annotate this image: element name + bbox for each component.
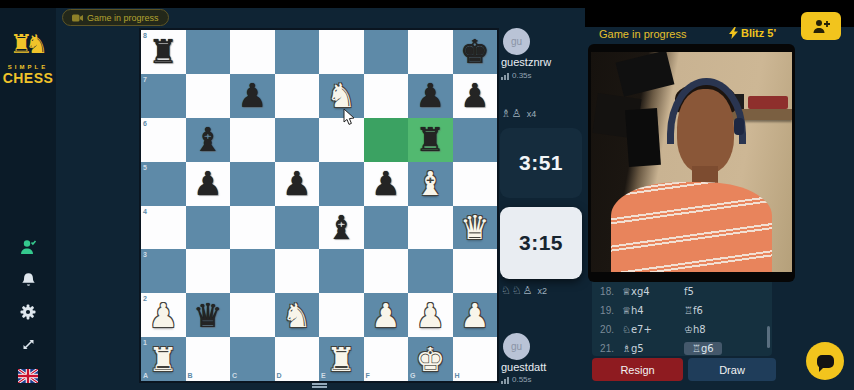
captured-piece-icons: ♗♙ [501,107,523,120]
fullscreen-icon[interactable] [17,334,39,354]
square-f2[interactable]: ♟ [364,293,409,337]
file-label: H [455,372,460,379]
square-c1[interactable]: C [230,337,275,381]
logo-text-chess: CHESS [0,70,56,86]
square-h2[interactable]: ♟ [453,293,498,337]
file-label: G [410,372,415,379]
piece-bp-d5: ♟ [282,167,312,200]
square-c8[interactable] [230,30,275,74]
piece-br-g6: ♜ [415,123,445,156]
square-c4[interactable] [230,206,275,250]
chess-board: 8♜♚7♟♞♟♟6♝♜5♟♟♟♝4♝♛32♟♛♞♟♟♟1A♜BCDE♜FG♚H [141,30,497,381]
latency-value: 0.55s [512,375,532,384]
time-control-label: Blitz 5' [741,27,776,39]
move-black[interactable]: ♖f6 [684,305,742,316]
square-e1[interactable]: E♜ [319,337,364,381]
square-c7[interactable]: ♟ [230,74,275,118]
square-h1[interactable]: H [453,337,498,381]
clock-bottom: 3:15 [500,207,582,279]
square-b7[interactable] [186,74,231,118]
move-list-scrollbar[interactable] [767,326,770,348]
latency-value: 0.35s [512,71,532,80]
piece-wp-g2: ♟ [415,299,445,332]
rank-label: 1 [143,339,147,346]
move-number: 21. [592,343,622,354]
move-number: 19. [592,305,622,316]
piece-wq-h4: ♛ [460,211,490,244]
time-control: Blitz 5' [729,27,776,39]
rank-label: 2 [143,295,147,302]
rank-label: 5 [143,164,147,171]
square-g6[interactable]: ♜ [408,118,453,162]
player-name-bottom: guestdatt [501,361,546,373]
move-white[interactable]: ♕xg4 [622,286,684,297]
square-h5[interactable] [453,162,498,206]
person-shirt [611,182,772,272]
square-f3[interactable] [364,249,409,293]
resign-button[interactable]: Resign [592,358,683,381]
file-label: D [277,372,282,379]
move-row: 19.♕h4♖f6 [592,301,772,320]
square-h4[interactable]: ♛ [453,206,498,250]
background-shelf [616,52,675,97]
square-g8[interactable] [408,30,453,74]
game-status-label: Game in progress [87,13,159,23]
square-d3[interactable] [275,249,320,293]
square-e6[interactable] [319,118,364,162]
captured-pieces-bottom: ♘♘♙ x2 [501,284,547,297]
file-label: A [143,372,148,379]
bell-icon[interactable] [17,270,39,290]
piece-br-a8: ♜ [148,35,178,68]
captured-piece-icons: ♘♘♙ [501,284,534,297]
background-object [748,96,788,109]
board-resize-handle[interactable] [312,383,327,388]
square-a4[interactable]: 4 [141,206,186,250]
square-b1[interactable]: B [186,337,231,381]
latency-bottom: 0.55s [501,375,532,384]
square-g4[interactable] [408,206,453,250]
chat-bubble-icon [817,355,834,368]
app-logo: ♜♞ SIMPLE CHESS [0,22,56,86]
clock-top: 3:51 [500,128,582,198]
square-f5[interactable]: ♟ [364,162,409,206]
piece-wp-f2: ♟ [371,299,401,332]
move-white[interactable]: ♕h4 [622,305,684,316]
square-f1[interactable]: F [364,337,409,381]
square-h7[interactable]: ♟ [453,74,498,118]
piece-wr-a1: ♜ [148,343,178,376]
file-label: C [232,372,237,379]
square-a8[interactable]: 8♜ [141,30,186,74]
piece-wn-d2: ♞ [282,299,312,332]
square-d4[interactable] [275,206,320,250]
square-b5[interactable]: ♟ [186,162,231,206]
square-h6[interactable] [453,118,498,162]
player-name-top: guestznrw [501,56,551,68]
square-f6[interactable] [364,118,409,162]
square-g2[interactable]: ♟ [408,293,453,337]
move-black[interactable]: ♖g6 [684,343,742,354]
square-h8[interactable]: ♚ [453,30,498,74]
clock-top-time: 3:51 [519,151,563,175]
game-status-badge: Game in progress [62,9,169,26]
piece-bp-g7: ♟ [415,79,445,112]
user-online-icon[interactable] [17,237,39,257]
lightning-icon [729,27,738,39]
square-e8[interactable] [319,30,364,74]
rank-label: 4 [143,208,147,215]
square-e3[interactable] [319,249,364,293]
clock-bottom-time: 3:15 [519,231,563,255]
square-b2[interactable]: ♛ [186,293,231,337]
rank-label: 3 [143,251,147,258]
square-g1[interactable]: G♚ [408,337,453,381]
square-d1[interactable]: D [275,337,320,381]
avatar: gu [503,28,530,55]
avatar-initials: gu [511,341,522,352]
move-list: 18.♕xg4f519.♕h4♖f620.♘e7+♔h821.♗g5♖g6 [592,278,772,356]
move-black[interactable]: f5 [684,286,742,297]
square-g5[interactable]: ♝ [408,162,453,206]
avatar-initials: gu [511,36,522,47]
square-c5[interactable] [230,162,275,206]
rank-label: 8 [143,32,147,39]
file-label: B [188,372,193,379]
rank-label: 7 [143,76,147,83]
square-f4[interactable] [364,206,409,250]
move-row: 18.♕xg4f5 [592,282,772,301]
square-c6[interactable] [230,118,275,162]
square-e7[interactable]: ♞ [319,74,364,118]
add-player-button[interactable] [801,12,841,40]
square-b6[interactable]: ♝ [186,118,231,162]
piece-bp-b5: ♟ [193,167,223,200]
chat-button[interactable] [806,342,844,380]
headphone-earcup [734,118,744,135]
latency-top: 0.35s [501,71,532,80]
move-number: 20. [592,324,622,335]
piece-bp-f5: ♟ [371,167,401,200]
square-b8[interactable] [186,30,231,74]
piece-wr-e1: ♜ [326,343,356,376]
square-e4[interactable]: ♝ [319,206,364,250]
headphones [667,78,745,144]
square-d5[interactable]: ♟ [275,162,320,206]
captured-count: x2 [538,286,548,296]
square-d7[interactable] [275,74,320,118]
square-a3[interactable]: 3 [141,249,186,293]
webcam-picture [591,52,792,272]
piece-wk-g1: ♚ [415,343,445,376]
move-row: 20.♘e7+♔h8 [592,320,772,339]
square-d8[interactable] [275,30,320,74]
square-c3[interactable] [230,249,275,293]
square-d2[interactable]: ♞ [275,293,320,337]
file-label: F [366,372,370,379]
square-b4[interactable] [186,206,231,250]
square-b3[interactable] [186,249,231,293]
piece-bk-h8: ♚ [460,35,490,68]
square-a1[interactable]: 1A♜ [141,337,186,381]
signal-bars-icon [501,376,509,384]
move-black[interactable]: ♔h8 [684,324,742,335]
piece-wp-a2: ♟ [148,299,178,332]
square-e2[interactable] [319,293,364,337]
square-c2[interactable] [230,293,275,337]
square-a7[interactable]: 7 [141,74,186,118]
webcam-video [588,44,795,282]
piece-wb-g5: ♝ [415,167,445,200]
square-a5[interactable]: 5 [141,162,186,206]
logo-chess-pieces-icon: ♜♞ [0,22,56,66]
camera-icon [72,14,83,22]
square-a2[interactable]: 2♟ [141,293,186,337]
piece-bp-c7: ♟ [237,79,267,112]
panel-status-text: Game in progress [599,28,686,40]
square-g3[interactable] [408,249,453,293]
piece-wn-e7: ♞ [326,79,356,112]
piece-bp-h7: ♟ [460,79,490,112]
piece-wp-h2: ♟ [460,299,490,332]
piece-bb-e4: ♝ [326,211,356,244]
app-window: ♜♞ SIMPLE CHESS Game in progress 8♜♚7♟♞♟… [0,0,854,390]
square-f8[interactable] [364,30,409,74]
piece-bq-b2: ♛ [193,299,223,332]
square-e5[interactable] [319,162,364,206]
uk-flag-icon[interactable] [17,366,39,386]
background-monitor [625,108,661,167]
captured-pieces-top: ♗♙ x4 [501,107,536,120]
square-a6[interactable]: 6 [141,118,186,162]
file-label: E [321,372,326,379]
square-d6[interactable] [275,118,320,162]
avatar: gu [503,333,530,360]
gear-icon[interactable] [17,302,39,322]
rank-label: 6 [143,120,147,127]
square-f7[interactable] [364,74,409,118]
piece-bb-b6: ♝ [193,123,223,156]
move-row: 21.♗g5♖g6 [592,339,772,358]
draw-button[interactable]: Draw [688,358,776,381]
move-white[interactable]: ♘e7+ [622,324,684,335]
sidebar: ♜♞ SIMPLE CHESS [0,8,56,390]
signal-bars-icon [501,72,509,80]
captured-count: x4 [527,109,537,119]
square-g7[interactable]: ♟ [408,74,453,118]
square-h3[interactable] [453,249,498,293]
current-move-chip[interactable]: ♖g6 [684,342,722,355]
person-plus-icon [812,19,831,34]
move-number: 18. [592,286,622,297]
move-white[interactable]: ♗g5 [622,343,684,354]
